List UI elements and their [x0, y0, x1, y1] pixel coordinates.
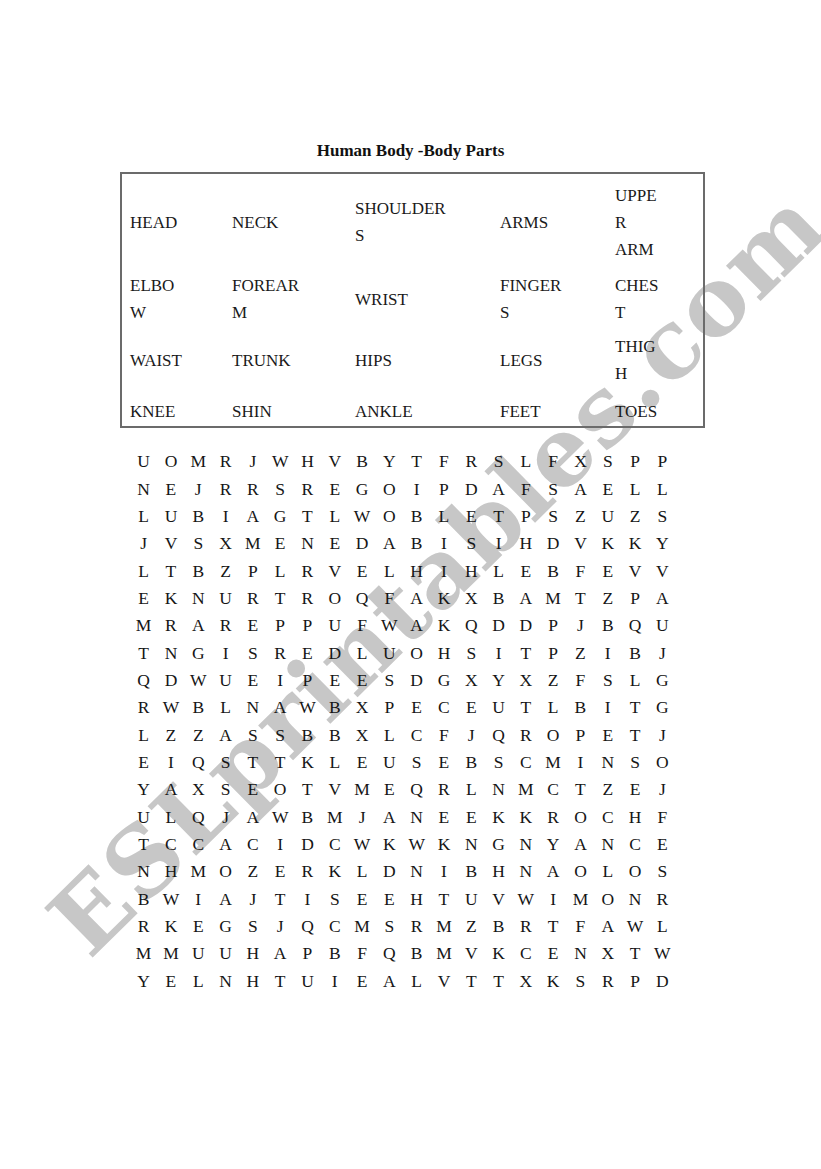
grid-cell: Z — [458, 913, 485, 940]
grid-cell: B — [594, 612, 621, 639]
grid-cell: A — [403, 612, 430, 639]
grid-cell: N — [594, 749, 621, 776]
grid-cell: J — [239, 886, 266, 913]
grid-cell: E — [539, 940, 566, 967]
word-bank-item: ELBO W — [130, 272, 232, 326]
grid-cell: T — [621, 694, 648, 721]
grid-cell: O — [621, 858, 648, 885]
grid-cell: S — [403, 749, 430, 776]
grid-cell: N — [130, 858, 157, 885]
grid-cell: S — [376, 913, 403, 940]
grid-cell: S — [212, 776, 239, 803]
grid-cell: L — [212, 694, 239, 721]
grid-cell: G — [485, 831, 512, 858]
grid-cell: P — [621, 448, 648, 475]
grid-cell: F — [649, 804, 676, 831]
grid-cell: L — [512, 448, 539, 475]
grid-cell: H — [403, 886, 430, 913]
grid-cell: O — [567, 858, 594, 885]
grid-cell: H — [485, 858, 512, 885]
grid-cell: Z — [239, 858, 266, 885]
grid-cell: P — [294, 612, 321, 639]
grid-cell: J — [348, 804, 375, 831]
grid-cell: R — [294, 557, 321, 584]
grid-cell: E — [348, 557, 375, 584]
grid-cell: L — [594, 858, 621, 885]
grid-cell: U — [485, 694, 512, 721]
grid-cell: J — [649, 639, 676, 666]
grid-cell: Q — [621, 612, 648, 639]
grid-cell: P — [430, 475, 457, 502]
grid-cell: N — [594, 831, 621, 858]
grid-cell: O — [403, 639, 430, 666]
grid-cell: K — [430, 831, 457, 858]
grid-cell: K — [430, 612, 457, 639]
grid-cell: T — [485, 968, 512, 995]
grid-cell: R — [239, 585, 266, 612]
grid-cell: T — [130, 831, 157, 858]
grid-cell: A — [403, 585, 430, 612]
grid-cell: A — [239, 503, 266, 530]
grid-cell: K — [621, 530, 648, 557]
grid-cell: R — [539, 804, 566, 831]
grid-cell: O — [567, 804, 594, 831]
grid-cell: T — [539, 913, 566, 940]
grid-cell: N — [567, 940, 594, 967]
grid-cell: R — [649, 886, 676, 913]
grid-cell: Z — [212, 557, 239, 584]
grid-cell: S — [567, 968, 594, 995]
grid-cell: I — [185, 886, 212, 913]
grid-cell: E — [348, 749, 375, 776]
grid-cell: Q — [130, 667, 157, 694]
grid-cell: S — [266, 475, 293, 502]
grid-cell: L — [649, 913, 676, 940]
grid-cell: X — [512, 968, 539, 995]
grid-cell: Y — [130, 776, 157, 803]
grid-cell: H — [621, 804, 648, 831]
grid-cell: I — [430, 557, 457, 584]
word-bank-item: KNEE — [130, 398, 232, 425]
grid-cell: E — [594, 557, 621, 584]
grid-cell: C — [539, 776, 566, 803]
grid-cell: U — [376, 749, 403, 776]
grid-cell: T — [266, 749, 293, 776]
grid-cell: K — [157, 913, 184, 940]
grid-cell: R — [512, 913, 539, 940]
word-bank-item: CHES T — [615, 272, 703, 326]
grid-cell: Y — [485, 667, 512, 694]
grid-cell: X — [348, 722, 375, 749]
word-bank-item: HIPS — [355, 347, 500, 374]
grid-cell: M — [239, 530, 266, 557]
grid-cell: S — [539, 503, 566, 530]
grid-cell: U — [212, 585, 239, 612]
grid-cell: D — [157, 667, 184, 694]
grid-cell: B — [321, 694, 348, 721]
grid-cell: I — [266, 831, 293, 858]
grid-cell: L — [348, 639, 375, 666]
grid-cell: M — [348, 913, 375, 940]
grid-cell: G — [348, 475, 375, 502]
grid-cell: H — [294, 448, 321, 475]
grid-cell: P — [512, 503, 539, 530]
grid-cell: T — [430, 886, 457, 913]
grid-cell: G — [649, 667, 676, 694]
grid-cell: P — [539, 612, 566, 639]
grid-cell: T — [239, 749, 266, 776]
grid-cell: N — [294, 530, 321, 557]
word-bank-item: FOREAR M — [232, 272, 355, 326]
word-bank-item: WRIST — [355, 286, 500, 313]
grid-cell: U — [649, 612, 676, 639]
grid-cell: L — [376, 722, 403, 749]
word-bank-item: TOES — [615, 398, 703, 425]
grid-cell: C — [621, 831, 648, 858]
grid-cell: A — [157, 776, 184, 803]
grid-cell: L — [130, 557, 157, 584]
grid-cell: N — [212, 968, 239, 995]
grid-cell: A — [539, 858, 566, 885]
grid-cell: I — [294, 886, 321, 913]
grid-cell: E — [185, 913, 212, 940]
grid-cell: B — [403, 530, 430, 557]
word-bank-item: ANKLE — [355, 398, 500, 425]
grid-cell: T — [266, 968, 293, 995]
grid-cell: L — [185, 968, 212, 995]
grid-cell: S — [485, 448, 512, 475]
grid-cell: R — [239, 475, 266, 502]
grid-cell: K — [594, 530, 621, 557]
grid-cell: E — [649, 831, 676, 858]
grid-cell: R — [294, 475, 321, 502]
grid-cell: L — [403, 968, 430, 995]
grid-cell: I — [594, 639, 621, 666]
grid-cell: T — [157, 557, 184, 584]
grid-cell: M — [185, 858, 212, 885]
grid-cell: M — [539, 585, 566, 612]
grid-cell: F — [567, 913, 594, 940]
grid-cell: P — [266, 612, 293, 639]
grid-cell: E — [376, 776, 403, 803]
grid-cell: I — [485, 639, 512, 666]
grid-cell: N — [130, 475, 157, 502]
word-bank-item: HEAD — [130, 209, 232, 236]
grid-cell: F — [567, 557, 594, 584]
grid-cell: F — [348, 940, 375, 967]
grid-cell: G — [185, 639, 212, 666]
grid-cell: M — [130, 612, 157, 639]
grid-cell: A — [376, 968, 403, 995]
grid-cell: O — [594, 886, 621, 913]
grid-cell: R — [130, 694, 157, 721]
grid-cell: J — [266, 913, 293, 940]
grid-cell: S — [594, 667, 621, 694]
grid-cell: S — [649, 858, 676, 885]
grid-cell: Q — [294, 913, 321, 940]
grid-cell: V — [567, 530, 594, 557]
grid-cell: H — [403, 557, 430, 584]
grid-cell: O — [212, 858, 239, 885]
grid-cell: H — [458, 557, 485, 584]
grid-cell: A — [376, 804, 403, 831]
grid-cell: M — [185, 448, 212, 475]
grid-cell: T — [512, 694, 539, 721]
grid-cell: K — [512, 804, 539, 831]
grid-cell: N — [485, 776, 512, 803]
grid-cell: J — [130, 530, 157, 557]
grid-cell: N — [239, 694, 266, 721]
grid-cell: Q — [376, 940, 403, 967]
grid-cell: S — [376, 667, 403, 694]
grid-cell: R — [512, 722, 539, 749]
grid-cell: X — [185, 776, 212, 803]
grid-cell: R — [458, 448, 485, 475]
grid-cell: W — [185, 667, 212, 694]
grid-cell: W — [266, 804, 293, 831]
grid-cell: D — [512, 612, 539, 639]
grid-cell: I — [212, 503, 239, 530]
grid-cell: S — [485, 749, 512, 776]
grid-cell: B — [294, 722, 321, 749]
grid-cell: M — [348, 776, 375, 803]
word-bank-item: LEGS — [500, 347, 615, 374]
grid-cell: Q — [485, 722, 512, 749]
grid-cell: Y — [376, 448, 403, 475]
grid-cell: C — [185, 831, 212, 858]
grid-cell: X — [512, 667, 539, 694]
word-bank-item: ARMS — [500, 209, 615, 236]
grid-cell: B — [185, 503, 212, 530]
grid-cell: I — [567, 749, 594, 776]
grid-cell: S — [621, 749, 648, 776]
grid-cell: L — [130, 722, 157, 749]
grid-cell: H — [512, 530, 539, 557]
grid-cell: N — [185, 585, 212, 612]
grid-cell: C — [157, 831, 184, 858]
grid-cell: S — [458, 639, 485, 666]
word-bank-item: WAIST — [130, 347, 232, 374]
grid-cell: Z — [594, 776, 621, 803]
grid-cell: E — [130, 749, 157, 776]
grid-cell: R — [212, 612, 239, 639]
grid-cell: E — [512, 557, 539, 584]
grid-cell: S — [458, 530, 485, 557]
grid-cell: Z — [621, 503, 648, 530]
grid-cell: R — [430, 776, 457, 803]
grid-cell: J — [458, 722, 485, 749]
grid-cell: D — [458, 475, 485, 502]
grid-cell: V — [430, 968, 457, 995]
grid-cell: V — [321, 557, 348, 584]
grid-cell: W — [649, 940, 676, 967]
grid-cell: H — [239, 940, 266, 967]
grid-cell: E — [594, 475, 621, 502]
grid-cell: B — [130, 886, 157, 913]
grid-cell: I — [212, 639, 239, 666]
grid-cell: K — [485, 940, 512, 967]
grid-cell: S — [649, 503, 676, 530]
grid-cell: L — [485, 557, 512, 584]
grid-cell: U — [212, 940, 239, 967]
grid-cell: U — [321, 612, 348, 639]
grid-cell: J — [212, 804, 239, 831]
grid-cell: A — [212, 886, 239, 913]
grid-cell: T — [403, 448, 430, 475]
grid-cell: D — [539, 530, 566, 557]
grid-cell: B — [458, 749, 485, 776]
grid-cell: P — [567, 722, 594, 749]
grid-cell: B — [485, 913, 512, 940]
grid-cell: V — [157, 530, 184, 557]
grid-cell: F — [430, 722, 457, 749]
grid-cell: F — [348, 612, 375, 639]
grid-cell: U — [294, 968, 321, 995]
grid-cell: P — [294, 940, 321, 967]
grid-cell: S — [185, 530, 212, 557]
grid-cell: S — [239, 913, 266, 940]
grid-cell: P — [376, 694, 403, 721]
grid-cell: T — [512, 639, 539, 666]
word-bank-item: FINGER S — [500, 272, 615, 326]
grid-cell: A — [212, 722, 239, 749]
word-bank-item: NECK — [232, 209, 355, 236]
grid-cell: E — [239, 776, 266, 803]
grid-cell: I — [321, 968, 348, 995]
grid-cell: W — [266, 448, 293, 475]
grid-cell: O — [321, 585, 348, 612]
grid-cell: U — [458, 886, 485, 913]
grid-cell: C — [321, 831, 348, 858]
word-search-grid: UOMRJWHVBYTFRSLFXSPPNEJRRSREGOIPDAFSAELL… — [130, 448, 676, 995]
grid-cell: N — [621, 886, 648, 913]
grid-cell: M — [567, 886, 594, 913]
grid-cell: J — [649, 722, 676, 749]
grid-cell: P — [621, 968, 648, 995]
grid-cell: G — [649, 694, 676, 721]
grid-cell: R — [212, 475, 239, 502]
grid-cell: W — [348, 831, 375, 858]
grid-cell: E — [266, 858, 293, 885]
grid-cell: E — [321, 530, 348, 557]
grid-cell: C — [403, 722, 430, 749]
grid-cell: B — [321, 940, 348, 967]
grid-cell: C — [594, 804, 621, 831]
grid-cell: E — [130, 585, 157, 612]
grid-cell: Z — [539, 667, 566, 694]
grid-cell: U — [185, 940, 212, 967]
grid-cell: M — [539, 749, 566, 776]
grid-cell: E — [239, 612, 266, 639]
grid-cell: S — [239, 639, 266, 666]
grid-cell: E — [430, 749, 457, 776]
grid-cell: E — [321, 475, 348, 502]
grid-cell: K — [321, 858, 348, 885]
grid-cell: N — [403, 804, 430, 831]
grid-cell: S — [239, 722, 266, 749]
grid-cell: I — [430, 858, 457, 885]
grid-cell: O — [376, 503, 403, 530]
grid-cell: P — [294, 667, 321, 694]
grid-cell: P — [649, 448, 676, 475]
grid-cell: Y — [130, 968, 157, 995]
grid-cell: J — [185, 475, 212, 502]
grid-cell: F — [567, 667, 594, 694]
grid-cell: K — [157, 585, 184, 612]
grid-cell: Y — [649, 530, 676, 557]
grid-cell: L — [266, 557, 293, 584]
grid-cell: A — [376, 530, 403, 557]
grid-cell: N — [403, 858, 430, 885]
grid-cell: V — [485, 886, 512, 913]
grid-cell: B — [458, 858, 485, 885]
grid-cell: B — [485, 585, 512, 612]
grid-cell: T — [485, 503, 512, 530]
grid-cell: A — [185, 612, 212, 639]
grid-cell: S — [539, 475, 566, 502]
grid-cell: Z — [567, 503, 594, 530]
grid-cell: M — [130, 940, 157, 967]
grid-cell: T — [266, 886, 293, 913]
grid-cell: E — [294, 639, 321, 666]
grid-cell: B — [621, 639, 648, 666]
grid-cell: V — [649, 557, 676, 584]
grid-cell: Z — [185, 722, 212, 749]
grid-cell: Z — [567, 639, 594, 666]
grid-cell: H — [157, 858, 184, 885]
grid-cell: C — [239, 831, 266, 858]
grid-cell: Y — [539, 831, 566, 858]
grid-cell: T — [294, 776, 321, 803]
grid-cell: E — [621, 776, 648, 803]
grid-cell: K — [485, 804, 512, 831]
grid-cell: U — [130, 448, 157, 475]
grid-cell: T — [567, 585, 594, 612]
grid-cell: I — [430, 530, 457, 557]
word-bank-item: FEET — [500, 398, 615, 425]
grid-cell: W — [348, 503, 375, 530]
grid-cell: E — [594, 722, 621, 749]
grid-cell: O — [157, 448, 184, 475]
grid-cell: N — [157, 639, 184, 666]
grid-cell: F — [512, 475, 539, 502]
grid-cell: R — [266, 639, 293, 666]
grid-cell: O — [266, 776, 293, 803]
grid-cell: A — [649, 585, 676, 612]
grid-cell: W — [294, 694, 321, 721]
grid-cell: X — [348, 694, 375, 721]
grid-cell: H — [239, 968, 266, 995]
grid-cell: N — [512, 858, 539, 885]
grid-cell: W — [512, 886, 539, 913]
grid-cell: D — [348, 530, 375, 557]
grid-cell: S — [321, 886, 348, 913]
grid-cell: J — [567, 612, 594, 639]
grid-cell: I — [266, 667, 293, 694]
grid-cell: L — [157, 804, 184, 831]
grid-cell: L — [458, 776, 485, 803]
grid-cell: L — [321, 503, 348, 530]
grid-cell: X — [212, 530, 239, 557]
grid-cell: K — [430, 585, 457, 612]
grid-cell: E — [376, 886, 403, 913]
grid-cell: U — [212, 667, 239, 694]
grid-cell: D — [485, 612, 512, 639]
grid-cell: Q — [348, 585, 375, 612]
grid-cell: L — [348, 858, 375, 885]
grid-cell: G — [212, 913, 239, 940]
grid-cell: R — [294, 585, 321, 612]
